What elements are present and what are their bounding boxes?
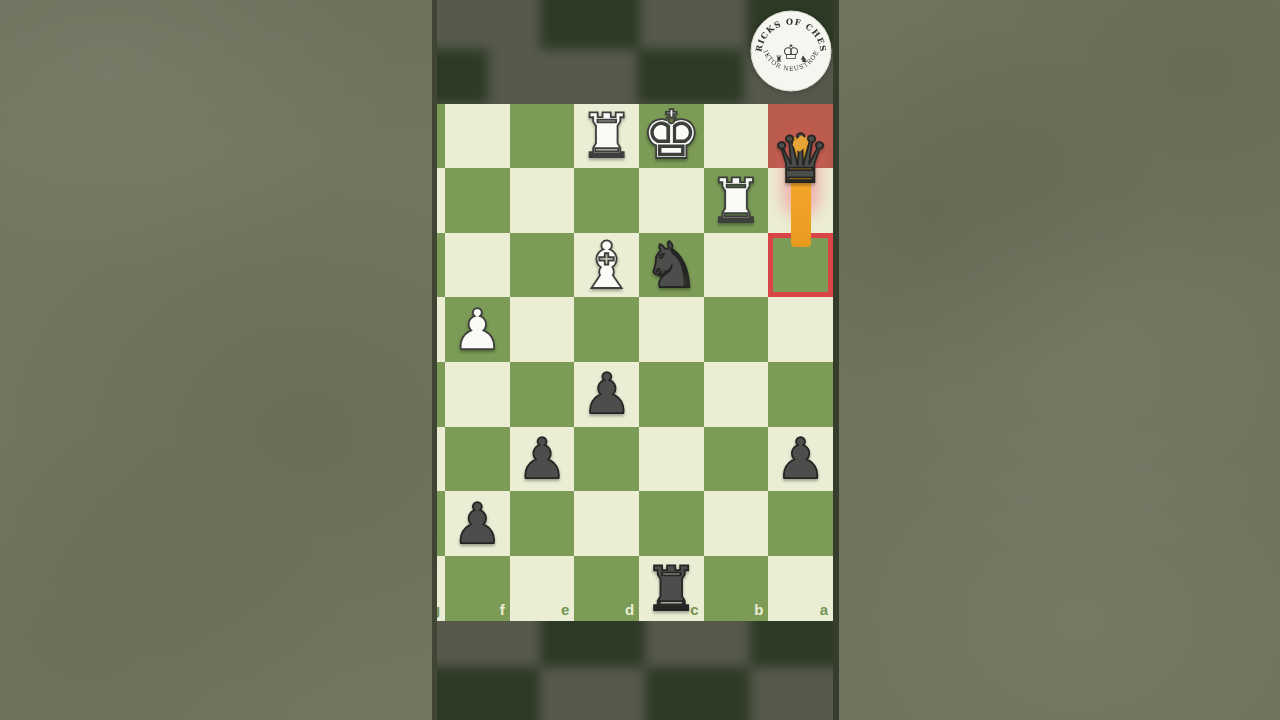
board-square-g1 <box>437 104 445 169</box>
file-label-g: g <box>437 556 445 621</box>
chess-piece-white-rook-b2: ♜ <box>704 168 769 233</box>
chess-piece-white-bishop-d3: ♝ <box>574 233 639 298</box>
board-square-b1 <box>704 104 769 169</box>
board-square-g5 <box>437 362 445 427</box>
blurred-background-right <box>833 0 1280 720</box>
board-square-a7 <box>768 491 833 556</box>
chess-king-icon: ♔ <box>782 40 800 64</box>
board-square-c5 <box>639 362 704 427</box>
board-square-g2 <box>437 168 445 233</box>
chess-board: gfedcba ♜♚♛♜♝♞♟♟♟♟♟♜ <box>437 104 833 621</box>
board-square-a5 <box>768 362 833 427</box>
board-square-a4 <box>768 297 833 362</box>
board-square-d2 <box>574 168 639 233</box>
board-square-c7 <box>639 491 704 556</box>
board-square-d7 <box>574 491 639 556</box>
board-square-g4 <box>437 297 445 362</box>
board-square-e4 <box>510 297 575 362</box>
video-strip: gfedcba ♜♚♛♜♝♞♟♟♟♟♟♜ TRICKS OF CHESS VIK… <box>437 0 833 720</box>
board-square-e5 <box>510 362 575 427</box>
bottom-banner-checker <box>437 620 833 720</box>
file-label-a: a <box>768 556 833 621</box>
board-square-c6 <box>639 427 704 492</box>
board-square-e3 <box>510 233 575 298</box>
file-label-d: d <box>574 556 639 621</box>
video-frame: gfedcba ♜♚♛♜♝♞♟♟♟♟♟♜ TRICKS OF CHESS VIK… <box>0 0 1280 720</box>
chess-knight-icon: ♞ <box>800 54 808 64</box>
board-square-e2 <box>510 168 575 233</box>
chess-piece-black-pawn-e6: ♟ <box>510 427 575 492</box>
chess-piece-black-rook-c8: ♜ <box>639 556 704 621</box>
board-square-g6 <box>437 427 445 492</box>
board-square-d6 <box>574 427 639 492</box>
strip-right-edge <box>833 0 839 720</box>
board-square-b6 <box>704 427 769 492</box>
chess-piece-black-pawn-d5: ♟ <box>574 362 639 427</box>
board-square-g7 <box>437 491 445 556</box>
board-square-f1 <box>445 104 510 169</box>
board-square-c4 <box>639 297 704 362</box>
board-square-b7 <box>704 491 769 556</box>
channel-logo: TRICKS OF CHESS VIKTOR NEUSTROEV ♔ ♜ ♞ <box>749 9 833 93</box>
blurred-background-left <box>0 0 437 720</box>
file-label-f: f <box>445 556 510 621</box>
chess-piece-white-king-c1: ♚ <box>639 104 704 169</box>
board-square-c2 <box>639 168 704 233</box>
chess-rook-icon: ♜ <box>775 54 783 64</box>
board-square-f3 <box>445 233 510 298</box>
chess-piece-black-knight-c3: ♞ <box>639 233 704 298</box>
board-square-b3 <box>704 233 769 298</box>
chess-piece-white-pawn-f4: ♟ <box>445 297 510 362</box>
chess-piece-black-pawn-f7: ♟ <box>445 491 510 556</box>
board-square-e1 <box>510 104 575 169</box>
board-square-f5 <box>445 362 510 427</box>
chess-piece-white-rook-d1: ♜ <box>574 104 639 169</box>
board-square-e7 <box>510 491 575 556</box>
board-square-f2 <box>445 168 510 233</box>
chess-piece-black-pawn-a6: ♟ <box>768 427 833 492</box>
bottom-banner-blur <box>437 620 833 720</box>
board-square-g3 <box>437 233 445 298</box>
board-square-b5 <box>704 362 769 427</box>
file-label-e: e <box>510 556 575 621</box>
board-square-d4 <box>574 297 639 362</box>
board-square-f6 <box>445 427 510 492</box>
board-square-b4 <box>704 297 769 362</box>
file-label-b: b <box>704 556 769 621</box>
